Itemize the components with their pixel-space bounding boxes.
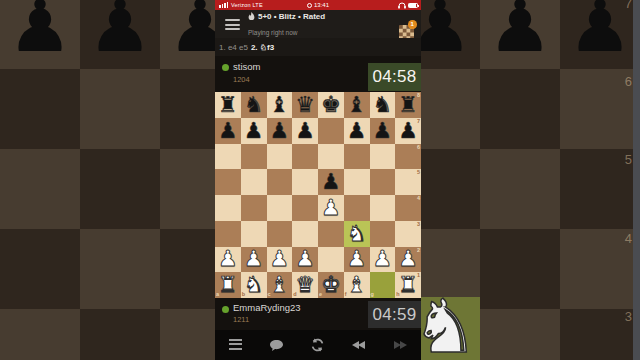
piece-black-king: ♚	[321, 94, 341, 116]
piece-black-pawn: ♟	[321, 171, 341, 193]
square-c5[interactable]	[267, 169, 293, 195]
coord-label: 2	[417, 248, 420, 254]
square-e2[interactable]	[318, 247, 344, 273]
player-top: stisom 1204 04:58	[215, 56, 421, 92]
square-b8[interactable]: ♞	[241, 92, 267, 118]
video-frame: ♟♟♟♟♟♟♟♟ ♞ 76543 Verizon LTE 13:41	[0, 0, 640, 360]
square-f2[interactable]: ♟	[344, 247, 370, 273]
square-h6[interactable]: 6	[395, 144, 421, 170]
clock-top: 04:58	[368, 63, 421, 91]
square-g7[interactable]: ♟	[370, 118, 396, 144]
square-f8[interactable]: ♝	[344, 92, 370, 118]
square-g4[interactable]	[370, 195, 396, 221]
piece-black-pawn: ♟	[373, 120, 393, 142]
background-pawn-icon: ♟	[480, 0, 560, 62]
square-g3[interactable]	[370, 221, 396, 247]
coord-label: d	[293, 292, 296, 298]
square-c3[interactable]	[267, 221, 293, 247]
piece-white-king: ♚	[321, 274, 341, 296]
player-top-rating: 1204	[233, 75, 250, 84]
coord-label: h	[396, 292, 399, 298]
chess-board[interactable]: ♜♞♝♛♚♝♞♜8♟♟♟♟♟♟♟76♟5♟4♞3♟♟♟♟♟♟♟2♜a♞b♝c♛d…	[215, 92, 421, 298]
square-b7[interactable]: ♟	[241, 118, 267, 144]
square-h5[interactable]: 5	[395, 169, 421, 195]
piece-black-pawn: ♟	[244, 120, 264, 142]
square-a5[interactable]	[215, 169, 241, 195]
square-h3[interactable]: 3	[395, 221, 421, 247]
coord-label: e	[319, 292, 322, 298]
blitz-flame-icon	[248, 12, 255, 21]
coord-label: a	[216, 292, 219, 298]
piece-black-knight: ♞	[244, 94, 264, 116]
square-b4[interactable]	[241, 195, 267, 221]
square-e8[interactable]: ♚	[318, 92, 344, 118]
square-c2[interactable]: ♟	[267, 247, 293, 273]
piece-white-knight: ♞	[244, 274, 264, 296]
square-d8[interactable]: ♛	[292, 92, 318, 118]
player-top-name[interactable]: stisom	[233, 61, 260, 72]
square-h2[interactable]: ♟2	[395, 247, 421, 273]
knight-icon: ♞	[419, 297, 478, 360]
square-a2[interactable]: ♟	[215, 247, 241, 273]
background-rank-label: 4	[620, 231, 632, 246]
background-rank-label: 6	[620, 74, 632, 89]
square-f7[interactable]: ♟	[344, 118, 370, 144]
square-a7[interactable]: ♟	[215, 118, 241, 144]
square-d6[interactable]	[292, 144, 318, 170]
square-e7[interactable]	[318, 118, 344, 144]
square-h1[interactable]: ♜h1	[395, 272, 421, 298]
square-d1[interactable]: ♛d	[292, 272, 318, 298]
square-b5[interactable]	[241, 169, 267, 195]
square-f6[interactable]	[344, 144, 370, 170]
status-bar: Verizon LTE 13:41	[215, 0, 421, 10]
square-f3[interactable]: ♞	[344, 221, 370, 247]
forward-button[interactable]	[388, 333, 412, 357]
flip-icon	[310, 338, 325, 352]
square-b3[interactable]	[241, 221, 267, 247]
player-bottom-name[interactable]: EmmaRyding23	[233, 302, 301, 313]
square-g5[interactable]	[370, 169, 396, 195]
square-c7[interactable]: ♟	[267, 118, 293, 144]
square-a6[interactable]	[215, 144, 241, 170]
piece-white-pawn: ♟	[321, 197, 341, 219]
chat-icon	[269, 339, 284, 352]
piece-black-knight: ♞	[373, 94, 393, 116]
menu-button[interactable]	[225, 19, 240, 30]
current-move: 2. ♘f3	[251, 43, 274, 52]
piece-black-pawn: ♟	[270, 120, 290, 142]
piece-black-queen: ♛	[295, 94, 315, 116]
background-rank-label: 3	[620, 309, 632, 324]
piece-black-bishop: ♝	[347, 94, 367, 116]
square-g6[interactable]	[370, 144, 396, 170]
previous-moves: 1. e4 e5	[219, 43, 248, 52]
clock-icon	[307, 3, 312, 8]
square-a4[interactable]	[215, 195, 241, 221]
notification-badge: 1	[408, 20, 417, 29]
rewind-button[interactable]	[347, 333, 371, 357]
piece-white-pawn: ♟	[373, 248, 393, 270]
square-b1[interactable]: ♞b	[241, 272, 267, 298]
square-h8[interactable]: ♜8	[395, 92, 421, 118]
player-bottom-rating: 1211	[233, 315, 249, 324]
square-g1[interactable]: g	[370, 272, 396, 298]
piece-black-pawn: ♟	[347, 120, 367, 142]
square-e4[interactable]: ♟	[318, 195, 344, 221]
piece-white-pawn: ♟	[398, 248, 418, 270]
square-e6[interactable]	[318, 144, 344, 170]
coord-label: 1	[417, 273, 420, 279]
coord-label: 3	[417, 222, 420, 228]
move-list[interactable]: 1. e4 e5 2. ♘f3	[215, 38, 421, 56]
square-c6[interactable]	[267, 144, 293, 170]
piece-black-pawn: ♟	[398, 120, 418, 142]
game-title: 5+0 • Blitz • Rated	[258, 12, 325, 21]
square-c8[interactable]: ♝	[267, 92, 293, 118]
square-c4[interactable]	[267, 195, 293, 221]
coord-label: 6	[417, 145, 420, 151]
piece-black-pawn: ♟	[295, 120, 315, 142]
app-header: 5+0 • Blitz • Rated Playing right now 1	[215, 10, 421, 38]
piece-white-pawn: ♟	[347, 248, 367, 270]
piece-white-rook: ♜	[398, 274, 418, 296]
coord-label: 7	[417, 119, 420, 125]
game-status: Playing right now	[248, 29, 298, 36]
square-d7[interactable]: ♟	[292, 118, 318, 144]
piece-white-pawn: ♟	[218, 248, 238, 270]
piece-white-bishop: ♝	[270, 274, 290, 296]
piece-black-rook: ♜	[218, 94, 238, 116]
square-g2[interactable]: ♟	[370, 247, 396, 273]
flip-board-button[interactable]	[306, 333, 330, 357]
piece-white-pawn: ♟	[295, 248, 315, 270]
square-a1[interactable]: ♜a	[215, 272, 241, 298]
square-b2[interactable]: ♟	[241, 247, 267, 273]
square-f5[interactable]	[344, 169, 370, 195]
square-g8[interactable]: ♞	[370, 92, 396, 118]
online-dot	[222, 306, 229, 313]
square-h7[interactable]: ♟7	[395, 118, 421, 144]
background-rank-label: 7	[620, 0, 632, 11]
square-b6[interactable]	[241, 144, 267, 170]
square-f1[interactable]: ♝f	[344, 272, 370, 298]
piece-white-queen: ♛	[295, 274, 315, 296]
piece-white-rook: ♜	[218, 274, 238, 296]
square-e3[interactable]	[318, 221, 344, 247]
background-pawn-icon: ♟	[80, 0, 160, 62]
list-icon	[229, 339, 242, 352]
bottom-toolbar	[215, 330, 421, 360]
piece-black-bishop: ♝	[270, 94, 290, 116]
status-time: 13:41	[314, 2, 329, 8]
player-bottom: EmmaRyding23 1211 04:59	[215, 298, 421, 330]
square-d4[interactable]	[292, 195, 318, 221]
background-pawn-icon: ♟	[0, 0, 80, 62]
piece-white-pawn: ♟	[244, 248, 264, 270]
clock-bottom: 04:59	[368, 301, 421, 328]
coord-label: 5	[417, 170, 420, 176]
piece-black-rook: ♜	[398, 94, 418, 116]
piece-white-knight: ♞	[347, 223, 367, 245]
coord-label: g	[371, 292, 374, 298]
lichess-app-screen: Verizon LTE 13:41	[215, 0, 421, 360]
square-c1[interactable]: ♝c	[267, 272, 293, 298]
online-dot	[222, 64, 229, 71]
square-a8[interactable]: ♜	[215, 92, 241, 118]
background-knight-square: ♞	[419, 297, 480, 360]
battery-icon	[408, 3, 418, 8]
coord-label: 8	[417, 93, 420, 99]
square-f4[interactable]	[344, 195, 370, 221]
piece-white-pawn: ♟	[270, 248, 290, 270]
coord-label: c	[268, 292, 271, 298]
move-list-button[interactable]	[224, 333, 248, 357]
coord-label: 4	[417, 196, 420, 202]
square-e1[interactable]: ♚e	[318, 272, 344, 298]
square-d2[interactable]: ♟	[292, 247, 318, 273]
square-d3[interactable]	[292, 221, 318, 247]
square-e5[interactable]: ♟	[318, 169, 344, 195]
square-d5[interactable]	[292, 169, 318, 195]
headphones-icon	[398, 2, 406, 9]
background-rank-label: 5	[620, 152, 632, 167]
piece-black-pawn: ♟	[218, 120, 238, 142]
coord-label: b	[242, 292, 245, 298]
square-a3[interactable]	[215, 221, 241, 247]
square-h4[interactable]: 4	[395, 195, 421, 221]
piece-white-bishop: ♝	[347, 274, 367, 296]
coord-label: f	[345, 292, 347, 298]
chat-button[interactable]	[265, 333, 289, 357]
right-edge-strip	[633, 0, 640, 360]
